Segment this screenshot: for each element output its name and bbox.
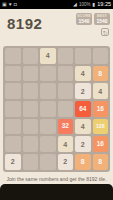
status-bar-notification-icons: ▣ ♥ ◘ <box>2 0 17 9</box>
empty-cell <box>23 48 39 64</box>
restart-button[interactable]: ↻ <box>101 28 109 36</box>
status-bar: ▣ ♥ ◘ ◢ 100% ▮ 19:25 <box>0 0 113 9</box>
navigation-bar <box>0 184 113 200</box>
tile-8: 8 <box>75 154 91 170</box>
restart-icon: ↻ <box>102 30 107 36</box>
empty-cell <box>58 66 74 82</box>
empty-cell <box>5 66 21 82</box>
tile-8: 8 <box>93 66 109 82</box>
score-value: 1540 <box>78 19 89 24</box>
empty-cell <box>23 66 39 82</box>
app-notification-icon: ◘ <box>14 0 17 9</box>
score-box: SCORE 1540 <box>76 13 92 25</box>
empty-cell <box>5 48 21 64</box>
empty-cell <box>23 119 39 135</box>
empty-cell <box>93 48 109 64</box>
empty-cell <box>58 83 74 99</box>
game-header: 8192 SCORE 1540 BEST 1540 ↻ <box>0 9 113 45</box>
board[interactable]: 44824641632412842162288 <box>3 46 110 172</box>
empty-cell <box>5 101 21 117</box>
empty-cell <box>40 119 56 135</box>
empty-cell <box>23 101 39 117</box>
battery-icon: ▮ <box>92 0 95 9</box>
game-title: 8192 <box>7 15 42 32</box>
empty-cell <box>40 154 56 170</box>
tile-4: 4 <box>93 83 109 99</box>
empty-cell <box>40 83 56 99</box>
best-value: 1540 <box>96 19 107 24</box>
tile-2: 2 <box>58 154 74 170</box>
tile-8: 8 <box>93 154 109 170</box>
heart-icon: ♥ <box>9 0 12 9</box>
tile-4: 4 <box>75 119 91 135</box>
tile-128: 128 <box>93 119 109 135</box>
instruction-text: Join the same numbers and get the 8192 t… <box>0 176 113 182</box>
tile-16: 16 <box>93 101 109 117</box>
tile-4: 4 <box>58 136 74 152</box>
tile-4: 4 <box>40 48 56 64</box>
tile-64: 64 <box>75 101 91 117</box>
empty-cell <box>5 136 21 152</box>
tile-4: 4 <box>75 66 91 82</box>
empty-cell <box>23 136 39 152</box>
empty-cell <box>58 48 74 64</box>
best-score-box: BEST 1540 <box>94 13 110 25</box>
empty-cell <box>58 101 74 117</box>
empty-cell <box>40 101 56 117</box>
clock: 19:25 <box>97 0 111 9</box>
empty-cell <box>40 136 56 152</box>
tile-2: 2 <box>5 154 21 170</box>
empty-cell <box>40 66 56 82</box>
empty-cell <box>23 154 39 170</box>
empty-cell <box>5 119 21 135</box>
empty-cell <box>5 83 21 99</box>
empty-cell <box>75 48 91 64</box>
empty-cell <box>23 83 39 99</box>
tile-32: 32 <box>58 119 74 135</box>
status-bar-system-area: ◢ 100% ▮ 19:25 <box>73 0 111 9</box>
screenshot-icon: ▣ <box>2 0 7 9</box>
signal-icon: ◢ <box>73 0 77 9</box>
tile-2: 2 <box>75 83 91 99</box>
tile-2: 2 <box>75 136 91 152</box>
score-panel: SCORE 1540 BEST 1540 <box>76 13 110 25</box>
battery-percent: 100% <box>79 0 91 9</box>
tile-16: 16 <box>93 136 109 152</box>
